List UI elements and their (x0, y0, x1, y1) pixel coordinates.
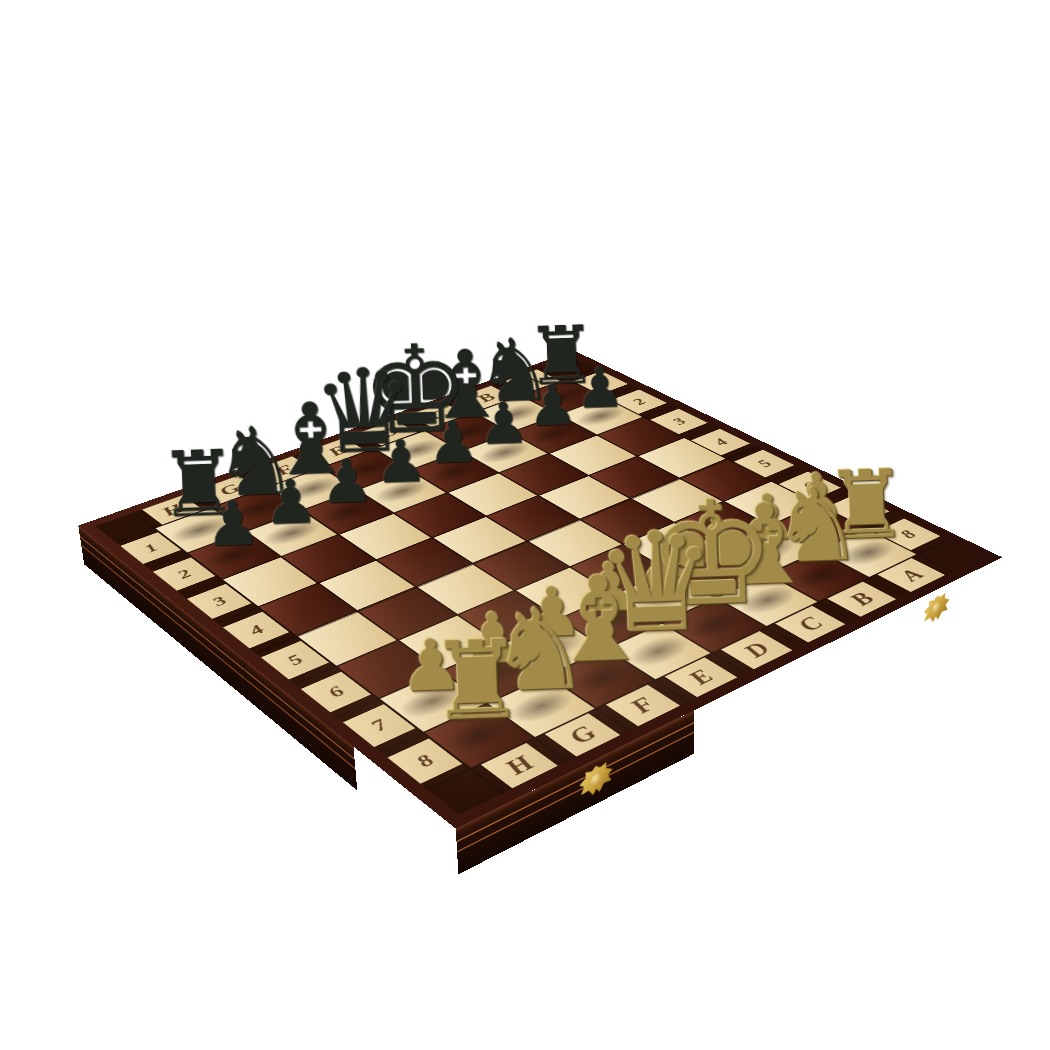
pawn-glyph: ♟ (526, 377, 578, 435)
rook-glyph: ♜ (427, 626, 527, 737)
brass-clasp-icon[interactable] (579, 758, 612, 804)
pawn-glyph: ♟ (426, 413, 480, 473)
product-photo-background: HGFEDCBA1♜♞♝♛♚♝♞♜12♟♟♟♟♟♟♟♟2334455667♟♟♟… (0, 0, 1050, 1050)
pawn-glyph: ♟ (319, 451, 375, 513)
perspective-scene: HGFEDCBA1♜♞♝♛♚♝♞♜12♟♟♟♟♟♟♟♟2334455667♟♟♟… (187, 201, 868, 882)
brass-clasp-icon[interactable] (922, 589, 950, 629)
pawn-glyph: ♟ (262, 471, 319, 534)
pawn-glyph: ♟ (204, 492, 262, 556)
board-top-face: HGFEDCBA1♜♞♝♛♚♝♞♜12♟♟♟♟♟♟♟♟2334455667♟♟♟… (78, 351, 1002, 829)
chess-board-grid: HGFEDCBA1♜♞♝♛♚♝♞♜12♟♟♟♟♟♟♟♟2334455667♟♟♟… (96, 357, 983, 815)
pawn-glyph: ♟ (374, 431, 429, 492)
chess-box-board: HGFEDCBA1♜♞♝♛♚♝♞♜12♟♟♟♟♟♟♟♟2334455667♟♟♟… (78, 351, 1002, 829)
pawn-glyph: ♟ (574, 360, 625, 417)
board-orientation-wrapper: HGFEDCBA1♜♞♝♛♚♝♞♜12♟♟♟♟♟♟♟♟2334455667♟♟♟… (187, 201, 868, 882)
pawn-glyph: ♟ (477, 394, 530, 453)
